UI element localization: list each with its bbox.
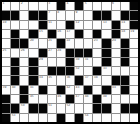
cell-r5c1-white[interactable] xyxy=(11,49,19,57)
cell-r11c12-white[interactable] xyxy=(112,104,120,112)
cell-r9c3-white[interactable]: 41 xyxy=(29,86,37,94)
clue-number-45: 45 xyxy=(30,95,34,98)
cell-r8c4-white[interactable]: 34 xyxy=(39,76,47,84)
cell-r8c8-black xyxy=(75,76,83,84)
clue-number-28: 28 xyxy=(57,49,61,52)
cell-r11c14-black xyxy=(130,104,138,112)
clue-number-24: 24 xyxy=(112,39,116,42)
cell-r5c4-black xyxy=(39,49,47,57)
cell-r12c0-black xyxy=(2,114,10,122)
cell-r6c3-black xyxy=(29,58,37,66)
cell-r7c10-black xyxy=(93,67,101,75)
cell-r0c2-white[interactable]: 2 xyxy=(20,2,28,10)
cell-r0c12-white[interactable]: 6 xyxy=(112,2,120,10)
cell-r10c13-white[interactable] xyxy=(121,95,129,103)
cell-r4c7-white[interactable]: 22 xyxy=(66,39,74,47)
cell-r7c5-black xyxy=(48,67,56,75)
cell-r9c2-black xyxy=(20,86,28,94)
cell-r4c10-white[interactable]: 23 xyxy=(93,39,101,47)
cell-r6c1-black xyxy=(11,58,19,66)
cell-r12c7-white[interactable] xyxy=(66,114,74,122)
cell-r4c13-black xyxy=(121,39,129,47)
cell-r0c11-white[interactable] xyxy=(102,2,110,10)
cell-r8c7-white[interactable]: 36 xyxy=(66,76,74,84)
cell-r5c12-white[interactable] xyxy=(112,49,120,57)
cell-r3c2-white[interactable] xyxy=(20,30,28,38)
cell-r9c12-white[interactable]: 44 xyxy=(112,86,120,94)
cell-r6c9-white[interactable]: 31 xyxy=(84,58,92,66)
cell-r6c14-white[interactable] xyxy=(130,58,138,66)
cell-r10c5-white[interactable] xyxy=(48,95,56,103)
clue-number-29: 29 xyxy=(39,58,43,61)
clue-number-52: 52 xyxy=(66,104,70,107)
cell-r10c3-white[interactable]: 45 xyxy=(29,95,37,103)
clue-number-21: 21 xyxy=(48,39,52,42)
clue-number-50: 50 xyxy=(21,104,25,107)
cell-r1c7-white[interactable] xyxy=(66,11,74,19)
cell-r9c1-white[interactable]: 40 xyxy=(11,86,19,94)
clue-number-10: 10 xyxy=(3,21,7,24)
cell-r1c5-white[interactable]: 7 xyxy=(48,11,56,19)
clue-number-3: 3 xyxy=(48,2,50,5)
cell-r12c5-white[interactable] xyxy=(48,114,56,122)
cell-r5c0-white[interactable]: 25 xyxy=(2,49,10,57)
cell-r10c1-white[interactable] xyxy=(11,95,19,103)
cell-r0c6-black xyxy=(57,2,65,10)
clue-number-51: 51 xyxy=(48,104,52,107)
cell-r3c10-black xyxy=(93,30,101,38)
cell-r3c8-black xyxy=(75,30,83,38)
cell-r11c0-black xyxy=(2,104,10,112)
cell-r12c4-white[interactable] xyxy=(39,114,47,122)
clue-number-37: 37 xyxy=(85,76,89,79)
cell-r11c4-black xyxy=(39,104,47,112)
cell-r4c2-black xyxy=(20,39,28,47)
clue-number-44: 44 xyxy=(112,86,116,89)
clue-number-35: 35 xyxy=(48,76,52,79)
cell-r8c3-black xyxy=(29,76,37,84)
clue-number-22: 22 xyxy=(66,39,70,42)
cell-r10c12-white[interactable] xyxy=(112,95,120,103)
cell-r3c4-white[interactable]: 15 xyxy=(39,30,47,38)
cell-r10c0-black xyxy=(2,95,10,103)
cell-r2c10-white[interactable] xyxy=(93,21,101,29)
cell-r9c9-black xyxy=(84,86,92,94)
cell-r2c3-white[interactable] xyxy=(29,21,37,29)
cell-r12c11-white[interactable] xyxy=(102,114,110,122)
clue-number-16: 16 xyxy=(57,30,61,33)
cell-r9c7-white[interactable]: 42 xyxy=(66,86,74,94)
cell-r6c8-white[interactable]: 30 xyxy=(75,58,83,66)
cell-r0c13-white[interactable] xyxy=(121,2,129,10)
cell-r2c13-white[interactable]: 14 xyxy=(121,21,129,29)
cell-r8c0-white[interactable] xyxy=(2,76,10,84)
cell-r5c9-black xyxy=(84,49,92,57)
cell-r11c1-black xyxy=(11,104,19,112)
cell-r7c11-white[interactable]: 33 xyxy=(102,67,110,75)
cell-r7c14-white[interactable] xyxy=(130,67,138,75)
cell-r8c6-white[interactable] xyxy=(57,76,65,84)
cell-r9c0-white[interactable]: 39 xyxy=(2,86,10,94)
clue-number-26: 26 xyxy=(21,49,25,52)
cell-r3c5-black xyxy=(48,30,56,38)
cell-r12c1-white[interactable]: 53 xyxy=(11,114,19,122)
cell-r1c0-black xyxy=(2,11,10,19)
cell-r11c10-black xyxy=(93,104,101,112)
cell-r11c13-black xyxy=(121,104,129,112)
cell-r12c13-white[interactable] xyxy=(121,114,129,122)
cell-r7c4-white[interactable] xyxy=(39,67,47,75)
cell-r1c9-white[interactable] xyxy=(84,11,92,19)
cell-r12c2-white[interactable] xyxy=(20,114,28,122)
clue-number-9: 9 xyxy=(76,11,78,14)
cell-r7c7-black xyxy=(66,67,74,75)
clue-number-11: 11 xyxy=(48,21,52,24)
cell-r5c5-white[interactable]: 27 xyxy=(48,49,56,57)
cell-r9c4-black xyxy=(39,86,47,94)
cell-r12c14-white[interactable] xyxy=(130,114,138,122)
cell-r2c5-white[interactable]: 11 xyxy=(48,21,56,29)
cell-r0c7-white[interactable]: 4 xyxy=(66,2,74,10)
cell-r4c14-white[interactable] xyxy=(130,39,138,47)
cell-r3c12-black xyxy=(112,30,120,38)
clue-number-4: 4 xyxy=(66,2,68,5)
cell-r7c6-black xyxy=(57,67,65,75)
cell-r11c11-black xyxy=(102,104,110,112)
cell-r6c5-white[interactable] xyxy=(48,58,56,66)
cell-r2c14-black xyxy=(130,21,138,29)
cell-r1c11-black xyxy=(102,11,110,19)
cell-r7c8-white[interactable]: 32 xyxy=(75,67,83,75)
clue-number-5: 5 xyxy=(85,2,87,5)
clue-number-13: 13 xyxy=(103,21,107,24)
cell-r4c8-white[interactable] xyxy=(75,39,83,47)
clue-number-32: 32 xyxy=(76,67,80,70)
crossword-grid: 1234567891011121314151617181920212223242… xyxy=(2,2,138,122)
clue-number-14: 14 xyxy=(121,21,125,24)
cell-r8c10-white[interactable]: 38 xyxy=(93,76,101,84)
cell-r11c2-white[interactable]: 50 xyxy=(20,104,28,112)
cell-r7c1-black xyxy=(11,67,19,75)
cell-r1c13-black xyxy=(121,11,129,19)
cell-r1c3-black xyxy=(29,11,37,19)
cell-r5c7-black xyxy=(66,49,74,57)
clue-number-42: 42 xyxy=(66,86,70,89)
cell-r4c5-white[interactable]: 21 xyxy=(48,39,56,47)
cell-r7c0-white[interactable] xyxy=(2,67,10,75)
cell-r1c4-black xyxy=(39,11,47,19)
cell-r0c0-white[interactable]: 1 xyxy=(2,2,10,10)
cell-r3c13-white[interactable]: 18 xyxy=(121,30,129,38)
cell-r11c9-white[interactable] xyxy=(84,104,92,112)
cell-r6c2-white[interactable] xyxy=(20,58,28,66)
cell-r1c12-white[interactable] xyxy=(112,11,120,19)
clue-number-39: 39 xyxy=(3,86,7,89)
cell-r2c4-black xyxy=(39,21,47,29)
cell-r4c9-white[interactable] xyxy=(84,39,92,47)
cell-r8c1-black xyxy=(11,76,19,84)
cell-r3c7-white[interactable]: 17 xyxy=(66,30,74,38)
cell-r2c9-white[interactable] xyxy=(84,21,92,29)
cell-r6c13-black xyxy=(121,58,129,66)
cell-r10c2-black xyxy=(20,95,28,103)
cell-r2c11-white[interactable]: 13 xyxy=(102,21,110,29)
cell-r9c14-white[interactable] xyxy=(130,86,138,94)
cell-r0c10-white[interactable] xyxy=(93,2,101,10)
cell-r6c11-black xyxy=(102,58,110,66)
cell-r10c10-black xyxy=(93,95,101,103)
cell-r3c0-white[interactable] xyxy=(2,30,10,38)
clue-number-7: 7 xyxy=(48,11,50,14)
clue-number-30: 30 xyxy=(76,58,80,61)
cell-r11c8-white[interactable] xyxy=(75,104,83,112)
cell-r12c12-white[interactable] xyxy=(112,114,120,122)
clue-number-31: 31 xyxy=(85,58,89,61)
cell-r8c14-white[interactable] xyxy=(130,76,138,84)
cell-r11c6-white[interactable] xyxy=(57,104,65,112)
clue-number-54: 54 xyxy=(85,114,89,117)
cell-r4c0-white[interactable] xyxy=(2,39,10,47)
clue-number-17: 17 xyxy=(66,30,70,33)
cell-r1c8-white[interactable]: 9 xyxy=(75,11,83,19)
clue-number-47: 47 xyxy=(76,95,80,98)
cell-r10c11-white[interactable]: 49 xyxy=(102,95,110,103)
crossword-board: 1234567891011121314151617181920212223242… xyxy=(0,0,140,124)
cell-r6c10-white[interactable] xyxy=(93,58,101,66)
cell-r9c10-white[interactable] xyxy=(93,86,101,94)
cell-r10c7-black xyxy=(66,95,74,103)
clue-number-6: 6 xyxy=(112,2,114,5)
cell-r4c12-white[interactable]: 24 xyxy=(112,39,120,47)
clue-number-12: 12 xyxy=(76,21,80,24)
clue-number-15: 15 xyxy=(39,30,43,33)
cell-r2c2-white[interactable] xyxy=(20,21,28,29)
cell-r11c5-white[interactable]: 51 xyxy=(48,104,56,112)
clue-number-20: 20 xyxy=(30,39,34,42)
cell-r10c8-white[interactable]: 47 xyxy=(75,95,83,103)
cell-r2c8-white[interactable]: 12 xyxy=(75,21,83,29)
cell-r3c14-white[interactable]: 19 xyxy=(130,30,138,38)
clue-number-46: 46 xyxy=(57,95,61,98)
cell-r12c9-white[interactable]: 54 xyxy=(84,114,92,122)
clue-number-41: 41 xyxy=(30,86,34,89)
cell-r5c6-white[interactable]: 28 xyxy=(57,49,65,57)
cell-r9c11-black xyxy=(102,86,110,94)
clue-number-34: 34 xyxy=(39,76,43,79)
cell-r8c13-black xyxy=(121,76,129,84)
cell-r10c14-white[interactable] xyxy=(130,95,138,103)
clue-number-33: 33 xyxy=(103,67,107,70)
cell-r5c8-black xyxy=(75,49,83,57)
cell-r5c13-black xyxy=(121,49,129,57)
cell-r10c6-white[interactable]: 46 xyxy=(57,95,65,103)
clue-number-23: 23 xyxy=(94,39,98,42)
cell-r7c12-white[interactable] xyxy=(112,67,120,75)
cell-r5c3-white[interactable] xyxy=(29,49,37,57)
clue-number-38: 38 xyxy=(94,76,98,79)
cell-r0c3-white[interactable] xyxy=(29,2,37,10)
cell-r5c10-white[interactable] xyxy=(93,49,101,57)
cell-r0c14-black xyxy=(130,2,138,10)
cell-r6c12-white[interactable] xyxy=(112,58,120,66)
clue-number-48: 48 xyxy=(85,95,89,98)
cell-r3c6-white[interactable]: 16 xyxy=(57,30,65,38)
cell-r10c4-white[interactable] xyxy=(39,95,47,103)
cell-r3c11-white[interactable] xyxy=(102,30,110,38)
cell-r6c7-black xyxy=(66,58,74,66)
clue-number-1: 1 xyxy=(3,2,5,5)
cell-r1c10-black xyxy=(93,11,101,19)
clue-number-53: 53 xyxy=(12,114,16,117)
cell-r0c8-black xyxy=(75,2,83,10)
cell-r12c8-black xyxy=(75,114,83,122)
cell-r0c5-white[interactable]: 3 xyxy=(48,2,56,10)
clue-number-8: 8 xyxy=(57,11,59,14)
cell-r9c8-white[interactable]: 43 xyxy=(75,86,83,94)
cell-r7c2-white[interactable] xyxy=(20,67,28,75)
cell-r8c2-white[interactable] xyxy=(20,76,28,84)
cell-r1c14-black xyxy=(130,11,138,19)
clue-number-25: 25 xyxy=(3,49,7,52)
cell-r0c9-white[interactable]: 5 xyxy=(84,2,92,10)
clue-number-49: 49 xyxy=(103,95,107,98)
cell-r0c4-white[interactable] xyxy=(39,2,47,10)
cell-r3c9-white[interactable] xyxy=(84,30,92,38)
cell-r3c1-black xyxy=(11,30,19,38)
clue-number-18: 18 xyxy=(121,30,125,33)
cell-r4c3-white[interactable]: 20 xyxy=(29,39,37,47)
cell-r1c6-white[interactable]: 8 xyxy=(57,11,65,19)
cell-r12c3-white[interactable] xyxy=(29,114,37,122)
cell-r2c0-white[interactable]: 10 xyxy=(2,21,10,29)
cell-r1c2-white[interactable] xyxy=(20,11,28,19)
cell-r8c5-white[interactable]: 35 xyxy=(48,76,56,84)
clue-number-19: 19 xyxy=(130,30,134,33)
cell-r4c4-white[interactable] xyxy=(39,39,47,47)
clue-number-40: 40 xyxy=(12,86,16,89)
clue-number-43: 43 xyxy=(76,86,80,89)
cell-r12c10-white[interactable] xyxy=(93,114,101,122)
cell-r11c3-black xyxy=(29,104,37,112)
cell-r4c11-black xyxy=(102,39,110,47)
clue-number-36: 36 xyxy=(66,76,70,79)
cell-r9c6-black xyxy=(57,86,65,94)
cell-r2c1-white[interactable] xyxy=(11,21,19,29)
cell-r11c7-white[interactable]: 52 xyxy=(66,104,74,112)
cell-r6c4-white[interactable]: 29 xyxy=(39,58,47,66)
clue-number-27: 27 xyxy=(48,49,52,52)
cell-r7c13-white[interactable] xyxy=(121,67,129,75)
cell-r9c13-black xyxy=(121,86,129,94)
cell-r5c14-white[interactable] xyxy=(130,49,138,57)
cell-r4c1-black xyxy=(11,39,19,47)
cell-r5c11-black xyxy=(102,49,110,57)
cell-r3c3-black xyxy=(29,30,37,38)
cell-r10c9-white[interactable]: 48 xyxy=(84,95,92,103)
cell-r8c12-black xyxy=(112,76,120,84)
cell-r2c7-black xyxy=(66,21,74,29)
cell-r2c12-black xyxy=(112,21,120,29)
cell-r12c6-black xyxy=(57,114,65,122)
cell-r9c5-white[interactable] xyxy=(48,86,56,94)
cell-r5c2-white[interactable]: 26 xyxy=(20,49,28,57)
cell-r6c0-white[interactable] xyxy=(2,58,10,66)
cell-r4c6-black xyxy=(57,39,65,47)
cell-r7c3-black xyxy=(29,67,37,75)
cell-r6c6-white[interactable] xyxy=(57,58,65,66)
cell-r8c11-white[interactable] xyxy=(102,76,110,84)
cell-r8c9-white[interactable]: 37 xyxy=(84,76,92,84)
clue-number-2: 2 xyxy=(21,2,23,5)
cell-r1c1-black xyxy=(11,11,19,19)
cell-r2c6-white[interactable] xyxy=(57,21,65,29)
cell-r7c9-white[interactable] xyxy=(84,67,92,75)
cell-r0c1-white[interactable] xyxy=(11,2,19,10)
